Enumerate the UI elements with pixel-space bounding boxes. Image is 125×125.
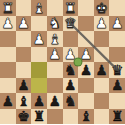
chess-board: ♜♝♜♚♟♟♞♛♟♟♟♝♟♟♟♞♟♟♛♟♟♟♟♝♟♟♞♚♜♝♜ (0, 0, 125, 124)
board-squares: ♜♝♜♚♟♟♞♛♟♟♟♝♟♟♟♞♟♟♛♟♟♟♟♝♟♟♞♚♜♝♜ (0, 0, 125, 124)
square-c3[interactable] (78, 31, 94, 47)
square-e1[interactable] (47, 0, 63, 16)
square-f7[interactable]: ♟ (31, 93, 47, 109)
square-d2[interactable]: ♛ (63, 16, 79, 32)
black-rook-f8[interactable]: ♜ (33, 109, 46, 123)
square-d7[interactable]: ♞ (63, 93, 79, 109)
square-e7[interactable]: ♟ (47, 93, 63, 109)
white-bishop-f1[interactable]: ♝ (33, 0, 46, 14)
black-pawn-d6[interactable]: ♟ (64, 78, 77, 92)
black-king-g8[interactable]: ♚ (17, 109, 30, 123)
square-h1[interactable]: ♜ (0, 0, 16, 16)
square-b8[interactable] (94, 109, 110, 125)
square-d6[interactable]: ♟ (63, 78, 79, 94)
black-bishop-c8[interactable]: ♝ (80, 109, 93, 123)
square-b2[interactable]: ♟ (94, 16, 110, 32)
square-e4[interactable]: ♟ (47, 47, 63, 63)
square-f5[interactable] (31, 62, 47, 78)
square-e8[interactable] (47, 109, 63, 125)
square-b6[interactable] (94, 78, 110, 94)
square-g1[interactable] (16, 0, 32, 16)
square-c6[interactable] (78, 78, 94, 94)
square-f4[interactable] (31, 47, 47, 63)
square-c7[interactable] (78, 93, 94, 109)
white-pawn-g2[interactable]: ♟ (17, 16, 30, 30)
square-h2[interactable]: ♟ (0, 16, 16, 32)
square-h3[interactable] (0, 31, 16, 47)
black-pawn-g6[interactable]: ♟ (17, 78, 30, 92)
white-bishop-e3[interactable]: ♝ (48, 31, 61, 45)
square-b7[interactable] (94, 93, 110, 109)
black-queen-a5[interactable]: ♛ (111, 62, 124, 76)
square-b3[interactable] (94, 31, 110, 47)
square-b4[interactable] (94, 47, 110, 63)
square-f3[interactable]: ♟ (31, 31, 47, 47)
square-g4[interactable] (16, 47, 32, 63)
white-pawn-a2[interactable]: ♟ (111, 16, 124, 30)
square-d3[interactable] (63, 31, 79, 47)
square-h4[interactable] (0, 47, 16, 63)
white-pawn-e4[interactable]: ♟ (48, 47, 61, 61)
square-e6[interactable] (47, 78, 63, 94)
square-d5[interactable]: ♞ (63, 62, 79, 78)
square-d1[interactable]: ♜ (63, 0, 79, 16)
white-pawn-b2[interactable]: ♟ (95, 16, 108, 30)
white-rook-h1[interactable]: ♜ (2, 0, 15, 14)
black-pawn-b5[interactable]: ♟ (95, 62, 108, 76)
white-pawn-f3[interactable]: ♟ (33, 31, 46, 45)
square-a7[interactable] (109, 93, 125, 109)
square-g2[interactable]: ♟ (16, 16, 32, 32)
move-classification-badge (74, 58, 83, 67)
square-c8[interactable]: ♝ (78, 109, 94, 125)
square-d8[interactable] (63, 109, 79, 125)
white-king-b1[interactable]: ♚ (95, 0, 108, 14)
black-pawn-e7[interactable]: ♟ (48, 93, 61, 107)
square-f1[interactable]: ♝ (31, 0, 47, 16)
square-a2[interactable]: ♟ (109, 16, 125, 32)
white-knight-e2[interactable]: ♞ (48, 16, 61, 30)
square-b5[interactable]: ♟ (94, 62, 110, 78)
square-b1[interactable]: ♚ (94, 0, 110, 16)
square-e3[interactable]: ♝ (47, 31, 63, 47)
black-pawn-f7[interactable]: ♟ (33, 93, 46, 107)
square-g7[interactable]: ♝ (16, 93, 32, 109)
square-g6[interactable]: ♟ (16, 78, 32, 94)
square-g3[interactable] (16, 31, 32, 47)
black-pawn-h7[interactable]: ♟ (2, 93, 15, 107)
white-pawn-h2[interactable]: ♟ (2, 16, 15, 30)
white-rook-d1[interactable]: ♜ (64, 0, 77, 14)
square-f2[interactable] (31, 16, 47, 32)
square-a3[interactable] (109, 31, 125, 47)
square-a1[interactable] (109, 0, 125, 16)
black-rook-a8[interactable]: ♜ (111, 109, 124, 123)
square-h7[interactable]: ♟ (0, 93, 16, 109)
black-bishop-g7[interactable]: ♝ (17, 93, 30, 107)
square-g5[interactable] (16, 62, 32, 78)
square-f8[interactable]: ♜ (31, 109, 47, 125)
square-h6[interactable] (0, 78, 16, 94)
black-knight-d7[interactable]: ♞ (64, 93, 77, 107)
square-a8[interactable]: ♜ (109, 109, 125, 125)
square-a6[interactable]: ♟ (109, 78, 125, 94)
square-g8[interactable]: ♚ (16, 109, 32, 125)
white-queen-d2[interactable]: ♛ (64, 16, 77, 30)
black-pawn-a6[interactable]: ♟ (111, 78, 124, 92)
square-e5[interactable] (47, 62, 63, 78)
square-h5[interactable] (0, 62, 16, 78)
square-e2[interactable]: ♞ (47, 16, 63, 32)
square-f6[interactable] (31, 78, 47, 94)
square-a5[interactable]: ♛ (109, 62, 125, 78)
square-h8[interactable] (0, 109, 16, 125)
square-c1[interactable] (78, 0, 94, 16)
square-a4[interactable] (109, 47, 125, 63)
square-c2[interactable] (78, 16, 94, 32)
